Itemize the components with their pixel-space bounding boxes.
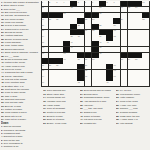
- clue: 61. Twig-built bird home: [1, 98, 39, 101]
- grid-cell[interactable]: [135, 35, 142, 40]
- cell-number: 45: [99, 46, 101, 49]
- grid-cell[interactable]: [49, 75, 56, 80]
- clue-number: 11.: [1, 11, 4, 13]
- grid-cell[interactable]: [92, 81, 99, 86]
- clue: 26. Spread for bread: [1, 31, 39, 34]
- grid-cell[interactable]: 24: [121, 18, 128, 23]
- cell-number: 22: [85, 18, 87, 21]
- clue: 67. Mark left on a fender: [1, 118, 39, 121]
- grid-cell[interactable]: [128, 64, 135, 69]
- clue-number: 14.: [43, 96, 46, 98]
- clue: 16. Hardly damp: [43, 104, 76, 107]
- clue: 11. Big-voiced opera solo: [1, 11, 39, 14]
- grid-cell[interactable]: 9: [113, 1, 120, 6]
- cell-number: 12: [71, 6, 73, 9]
- grid-cell[interactable]: 67: [42, 81, 49, 86]
- grid-cell[interactable]: [63, 24, 70, 29]
- grid-cell[interactable]: [142, 53, 149, 58]
- cell-number: 21: [56, 18, 58, 21]
- clue: 44. Gardening tool with a blade: [1, 71, 39, 74]
- grid-cell[interactable]: [56, 35, 63, 40]
- grid-cell[interactable]: [70, 13, 77, 18]
- grid-cell[interactable]: [135, 81, 142, 86]
- clue: 42. Omen of trouble: [80, 115, 113, 118]
- grid-cell[interactable]: 18: [99, 13, 106, 18]
- cell-number: 1: [42, 1, 43, 4]
- grid-cell[interactable]: [56, 24, 63, 29]
- black-cell: [77, 64, 84, 69]
- cell-number: 55: [135, 58, 137, 61]
- clue: 53. "Little piggies": [116, 96, 149, 99]
- grid-cell[interactable]: [49, 47, 56, 52]
- grid-cell[interactable]: 38: [113, 35, 120, 40]
- cell-number: 50: [78, 58, 80, 61]
- grid-cell[interactable]: [85, 81, 92, 86]
- clue-number: 15.: [43, 100, 46, 102]
- grid-cell[interactable]: [56, 75, 63, 80]
- grid-cell[interactable]: [135, 24, 142, 29]
- clue-number: 22.: [43, 118, 46, 120]
- cell-number: 40: [71, 41, 73, 44]
- down-clues-column-1: 12. Cave-dwelling flier13. Sticky office…: [43, 89, 76, 149]
- grid-cell[interactable]: [135, 18, 142, 23]
- grid-cell[interactable]: [63, 35, 70, 40]
- clue-number: 28.: [1, 38, 4, 40]
- clue: 5. Sticky stuff in a tube: [1, 4, 39, 7]
- grid-cell[interactable]: [56, 70, 63, 75]
- clue: 57. Grazing meadow: [116, 111, 149, 114]
- cell-number: 42: [106, 41, 108, 44]
- grid-cell[interactable]: [85, 35, 92, 40]
- cell-number: 18: [99, 12, 101, 15]
- grid-cell[interactable]: [121, 47, 128, 52]
- grid-cell[interactable]: [128, 35, 135, 40]
- grid-cell[interactable]: 22: [85, 18, 92, 23]
- clue-number: 22.: [1, 24, 4, 26]
- clue-number: 42.: [80, 115, 83, 117]
- grid-cell[interactable]: [128, 70, 135, 75]
- clue: 15. Valuable mine find: [43, 100, 76, 103]
- grid-cell[interactable]: 50: [77, 58, 84, 63]
- clue: 5. Goo for the hair: [1, 139, 39, 142]
- cell-number: 32: [92, 29, 94, 32]
- grid-cell[interactable]: 12: [70, 7, 77, 12]
- grid-cell[interactable]: [135, 75, 142, 80]
- clue: 52. Iced summer cooler: [116, 93, 149, 96]
- clue: 59. Place to bake bread: [1, 91, 39, 94]
- grid-cell[interactable]: [63, 64, 70, 69]
- clue-number: 44.: [1, 71, 4, 73]
- clue: 18. Tiny picnic invader: [1, 18, 39, 21]
- clue-number: 57.: [116, 111, 119, 113]
- clue-number: 27.: [1, 34, 4, 36]
- clue: 4. Support for a table: [1, 135, 39, 138]
- grid-cell[interactable]: [99, 81, 106, 86]
- grid-cell[interactable]: [142, 70, 149, 75]
- grid-cell[interactable]: [135, 30, 142, 35]
- grid-cell[interactable]: [113, 41, 120, 46]
- grid-cell[interactable]: [142, 81, 149, 86]
- grid-cell[interactable]: [135, 47, 142, 52]
- grid-cell[interactable]: 58: [56, 64, 63, 69]
- cell-number: 67: [42, 81, 44, 84]
- grid-cell[interactable]: 46: [42, 53, 49, 58]
- grid-cell[interactable]: [77, 41, 84, 46]
- clue: 65. Word ending a prayer: [1, 111, 39, 114]
- grid-cell[interactable]: [99, 58, 106, 63]
- grid-cell[interactable]: 36: [77, 35, 84, 40]
- clue-number: 49.: [1, 85, 4, 87]
- grid-cell[interactable]: [121, 35, 128, 40]
- grid-cell[interactable]: 15: [128, 7, 135, 12]
- clue: 43. Cover for a floor: [1, 68, 39, 71]
- clue-number: 31.: [1, 44, 4, 46]
- grid-cell[interactable]: [63, 30, 70, 35]
- clue-number: 30.: [1, 41, 4, 43]
- clue-number: 38.: [1, 55, 4, 57]
- grid-cell[interactable]: 16: [135, 7, 142, 12]
- grid-cell[interactable]: [121, 75, 128, 80]
- grid-cell[interactable]: [113, 47, 120, 52]
- clue-number: 24.: [1, 28, 4, 30]
- clue-number: 60.: [1, 95, 4, 97]
- grid-cell[interactable]: [70, 81, 77, 86]
- grid-cell[interactable]: [49, 7, 56, 12]
- cell-number: 10: [142, 1, 144, 4]
- grid-cell[interactable]: [56, 81, 63, 86]
- grid-cell[interactable]: [70, 58, 77, 63]
- clue: 13. Sticky office strip: [43, 93, 76, 96]
- clue-number: 50.: [80, 122, 83, 124]
- grid-cell[interactable]: [63, 18, 70, 23]
- cell-number: 31: [85, 29, 87, 32]
- grid-cell[interactable]: [63, 70, 70, 75]
- clue: 32. Add candles to a cake: [80, 100, 113, 103]
- grid-cell[interactable]: [142, 47, 149, 52]
- clue: 30. Lion's hideaway: [1, 41, 39, 44]
- grid-cell[interactable]: 55: [135, 58, 142, 63]
- cell-number: 8: [106, 1, 107, 4]
- grid-cell[interactable]: [106, 53, 113, 58]
- grid-cell[interactable]: 27: [77, 24, 84, 29]
- clue: 51. Fly, for one: [116, 89, 149, 92]
- grid-cell[interactable]: 49: [63, 58, 70, 63]
- cell-number: 39: [42, 41, 44, 44]
- black-cell: [63, 41, 70, 46]
- grid-cell[interactable]: [142, 58, 149, 63]
- grid-cell[interactable]: [49, 30, 56, 35]
- cell-number: 34: [42, 35, 44, 38]
- grid-cell[interactable]: [85, 7, 92, 12]
- clue-number: 5.: [1, 4, 3, 6]
- grid-cell[interactable]: 28: [99, 24, 106, 29]
- grid-cell[interactable]: [56, 53, 63, 58]
- clue: 68. "Aloha" band, e.g.: [116, 118, 149, 121]
- cell-number: 28: [99, 24, 101, 27]
- grid-cell[interactable]: 48: [99, 53, 106, 58]
- cell-number: 5: [78, 1, 79, 4]
- black-cell: [92, 41, 99, 46]
- clue-number: 61.: [1, 98, 4, 100]
- clue: 27. Bullring cheer: [80, 93, 113, 96]
- grid-cell[interactable]: 6: [85, 1, 92, 6]
- grid-cell[interactable]: [49, 70, 56, 75]
- cell-number: 47: [63, 52, 65, 55]
- clue: 34. Small child of marriage, perhaps: [1, 51, 39, 54]
- grid-cell[interactable]: [70, 18, 77, 23]
- grid-cell[interactable]: 42: [106, 41, 113, 46]
- grid-cell[interactable]: 3: [56, 1, 63, 6]
- grid-cell[interactable]: [113, 81, 120, 86]
- grid-cell[interactable]: 23: [92, 18, 99, 23]
- grid-cell[interactable]: [70, 53, 77, 58]
- clue: 39. Beam of morning light: [1, 58, 39, 61]
- grid-cell[interactable]: 14: [121, 7, 128, 12]
- grid-cell[interactable]: 68: [77, 81, 84, 86]
- clue: 63. Born as, in bios: [1, 105, 39, 108]
- clue-number: 36.: [80, 107, 83, 109]
- grid-cell[interactable]: [63, 81, 70, 86]
- grid-cell[interactable]: [49, 24, 56, 29]
- clue: 58. Wash away the soil: [116, 115, 149, 118]
- clue: 48. Fizzy fountain drink: [1, 81, 39, 84]
- grid-cell[interactable]: [92, 70, 99, 75]
- clue-number: 67.: [1, 118, 4, 120]
- clue-number: 20.: [43, 111, 46, 113]
- clue-number: 34.: [1, 51, 4, 53]
- grid-cell[interactable]: [77, 13, 84, 18]
- grid-cell[interactable]: [56, 41, 63, 46]
- grid-cell[interactable]: [49, 81, 56, 86]
- grid-cell[interactable]: 4: [63, 1, 70, 6]
- grid-cell[interactable]: 69: [106, 81, 113, 86]
- grid-cell[interactable]: 53: [121, 58, 128, 63]
- cell-number: 63: [114, 69, 116, 72]
- grid-cell[interactable]: 57: [49, 64, 56, 69]
- grid-cell[interactable]: [142, 7, 149, 12]
- clue: 25. 2006 paving goo for roads: [80, 89, 113, 92]
- grid-cell[interactable]: [121, 81, 128, 86]
- grid-cell[interactable]: [135, 13, 142, 18]
- grid-cell[interactable]: 17: [63, 13, 70, 18]
- cell-number: 26: [42, 24, 44, 27]
- grid-cell[interactable]: [128, 13, 135, 18]
- clue: 41. Hardly fresh or new: [1, 65, 39, 68]
- crossword-grid[interactable]: 1234567891011121314151617181920212223242…: [41, 1, 150, 88]
- grid-cell[interactable]: [142, 64, 149, 69]
- grid-cell[interactable]: [99, 70, 106, 75]
- clue-number: 51.: [116, 89, 119, 91]
- clue-number: 13.: [43, 93, 46, 95]
- grid-cell[interactable]: 44: [70, 47, 77, 52]
- clue-number: 46.: [1, 78, 4, 80]
- clue: 46. Wild pig of the woods: [1, 78, 39, 81]
- grid-cell[interactable]: [106, 24, 113, 29]
- grid-cell[interactable]: 20: [49, 18, 56, 23]
- clue: 22. Edge of a teacup: [43, 118, 76, 121]
- cell-number: 17: [63, 12, 65, 15]
- grid-cell[interactable]: [128, 18, 135, 23]
- clue-number: 62.: [1, 101, 4, 103]
- clue-number: 69.: [116, 122, 119, 124]
- grid-cell[interactable]: [92, 64, 99, 69]
- grid-cell[interactable]: [113, 13, 120, 18]
- grid-cell[interactable]: 25: [142, 18, 149, 23]
- clue: 47. Fat used in frying: [80, 118, 113, 121]
- grid-cell[interactable]: 65: [85, 75, 92, 80]
- grid-cell[interactable]: [106, 13, 113, 18]
- grid-cell[interactable]: [106, 47, 113, 52]
- grid-cell[interactable]: [49, 41, 56, 46]
- grid-cell[interactable]: [142, 24, 149, 29]
- grid-cell[interactable]: [128, 81, 135, 86]
- clue: 50. Knight's title: [80, 122, 113, 125]
- clue-number: 54.: [116, 100, 119, 102]
- clue-number: 21.: [43, 115, 46, 117]
- grid-cell[interactable]: 32: [92, 30, 99, 35]
- clue: 38. Pie ___ mode: [1, 55, 39, 58]
- clue: 45. Caviar, essentially: [1, 75, 39, 78]
- grid-cell[interactable]: [113, 53, 120, 58]
- grid-cell[interactable]: 52: [92, 58, 99, 63]
- grid-cell[interactable]: [70, 75, 77, 80]
- grid-cell[interactable]: [121, 64, 128, 69]
- clue-section-header: Down: [1, 122, 39, 125]
- grid-cell[interactable]: 10: [142, 1, 149, 6]
- grid-cell[interactable]: [70, 70, 77, 75]
- clue-number: 58.: [116, 115, 119, 117]
- grid-cell[interactable]: [142, 41, 149, 46]
- clue: 2. Uncooked, as carrots: [1, 129, 39, 132]
- cell-number: 7: [92, 1, 93, 4]
- grid-cell[interactable]: [142, 35, 149, 40]
- grid-cell[interactable]: [135, 70, 142, 75]
- grid-cell[interactable]: 2: [49, 1, 56, 6]
- grid-cell[interactable]: [70, 64, 77, 69]
- grid-cell[interactable]: [128, 47, 135, 52]
- grid-cell[interactable]: [106, 18, 113, 23]
- cell-number: 27: [78, 24, 80, 27]
- grid-cell[interactable]: [56, 30, 63, 35]
- clue-number: 23.: [43, 122, 46, 124]
- clue: 14. Purring house pet: [43, 96, 76, 99]
- grid-cell[interactable]: [121, 70, 128, 75]
- clue: 12. Cave-dwelling flier: [43, 89, 76, 92]
- clue-number: 68.: [116, 118, 119, 120]
- grid-cell[interactable]: [106, 58, 113, 63]
- grid-cell[interactable]: [135, 41, 142, 46]
- grid-cell[interactable]: [85, 41, 92, 46]
- grid-cell[interactable]: [128, 24, 135, 29]
- grid-cell[interactable]: 11: [42, 7, 49, 12]
- grid-cell[interactable]: [49, 53, 56, 58]
- cell-number: 66: [114, 75, 116, 78]
- cell-number: 60: [114, 64, 116, 67]
- grid-cell[interactable]: 7: [92, 1, 99, 6]
- clue: 56. Joint above the forearm: [1, 88, 39, 91]
- grid-cell[interactable]: [142, 75, 149, 80]
- grid-cell[interactable]: [113, 7, 120, 12]
- cell-number: 9: [114, 1, 115, 4]
- cell-number: 35: [71, 35, 73, 38]
- grid-cell[interactable]: [56, 47, 63, 52]
- clue-number: 35.: [80, 104, 83, 106]
- cell-number: 23: [92, 18, 94, 21]
- grid-cell[interactable]: [142, 30, 149, 35]
- cell-number: 41: [99, 41, 101, 44]
- clue: 40. Motion of the ocean: [1, 61, 39, 64]
- clue-number: 19.: [43, 107, 46, 109]
- grid-cell[interactable]: [92, 75, 99, 80]
- clue: 33. Sailor's agreement: [1, 48, 39, 51]
- grid-cell[interactable]: 8: [106, 1, 113, 6]
- grid-cell[interactable]: [63, 75, 70, 80]
- clue-number: 27.: [80, 93, 83, 95]
- clue-number: 6.: [1, 142, 3, 144]
- cell-number: 49: [63, 58, 65, 61]
- clue: 28. Source of mined metal: [1, 38, 39, 41]
- clue: 54. Word in the news: [116, 100, 149, 103]
- grid-cell[interactable]: [92, 35, 99, 40]
- clue-number: 41.: [1, 65, 4, 67]
- cell-number: 43: [42, 46, 44, 49]
- grid-cell[interactable]: [49, 35, 56, 40]
- clue: 23. Before, in old verse: [43, 122, 76, 125]
- grid-cell[interactable]: [85, 47, 92, 52]
- clue: 21. Bring to a close: [43, 115, 76, 118]
- clue-number: 18.: [1, 18, 4, 20]
- cell-number: 24: [121, 18, 123, 21]
- grid-cell[interactable]: 5: [77, 1, 84, 6]
- clue-number: 37.: [80, 111, 83, 113]
- grid-cell[interactable]: [128, 41, 135, 46]
- cell-number: 69: [106, 81, 108, 84]
- grid-cell[interactable]: 31: [85, 30, 92, 35]
- cell-number: 6: [85, 1, 86, 4]
- clue: 35. "Uh-huh": [80, 104, 113, 107]
- grid-cell[interactable]: 21: [56, 18, 63, 23]
- grid-cell[interactable]: 54: [128, 58, 135, 63]
- grid-cell[interactable]: [121, 24, 128, 29]
- clue: 1. It's worn with a gown at graduation: [1, 1, 39, 4]
- clue: 69. Vote against: [116, 122, 149, 125]
- grid-cell[interactable]: 66: [113, 75, 120, 80]
- clue-number: 43.: [1, 68, 4, 70]
- clue-number: 47.: [80, 118, 83, 120]
- across-clues-column: 1. It's worn with a gown at graduation5.…: [1, 1, 39, 149]
- grid-cell[interactable]: [128, 75, 135, 80]
- grid-cell[interactable]: [77, 7, 84, 12]
- grid-cell[interactable]: [99, 75, 106, 80]
- grid-cell[interactable]: [106, 7, 113, 12]
- clue-number: 8.: [1, 8, 3, 10]
- black-cell: [92, 47, 99, 52]
- cell-number: 37: [99, 35, 101, 38]
- clue: 55. "I owe you" note: [116, 104, 149, 107]
- grid-cell[interactable]: [77, 47, 84, 52]
- cell-number: 30: [42, 29, 44, 32]
- grid-cell[interactable]: [121, 41, 128, 46]
- cell-number: 52: [92, 58, 94, 61]
- grid-cell[interactable]: [92, 7, 99, 12]
- clue-number: 4.: [1, 135, 3, 137]
- grid-cell[interactable]: [56, 7, 63, 12]
- grid-cell[interactable]: [128, 30, 135, 35]
- grid-cell[interactable]: [121, 30, 128, 35]
- grid-cell[interactable]: [135, 64, 142, 69]
- cell-number: 3: [56, 1, 57, 4]
- grid-cell[interactable]: [99, 64, 106, 69]
